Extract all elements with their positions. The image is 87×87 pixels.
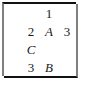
cell-r4c2: 3: [22, 58, 42, 78]
cell-r4c1: [4, 58, 24, 78]
cell-r2c1: [4, 22, 24, 42]
cell-r2c4: 3: [58, 22, 78, 42]
cell-r3c1: [4, 40, 24, 60]
cell-r1c2: [22, 4, 42, 24]
cell-r4c4: [58, 58, 78, 78]
puzzle-board: 1 2 A 3 C 3 B: [2, 2, 76, 76]
cell-r2c3: A: [40, 22, 60, 42]
cell-r1c4: [58, 4, 78, 24]
cell-r3c4: [58, 40, 78, 60]
cell-r3c2: C: [22, 40, 42, 60]
cell-r1c3: 1: [40, 4, 60, 24]
cell-r3c3: [40, 40, 60, 60]
cell-r1c1: [4, 4, 24, 24]
cell-r2c2: 2: [22, 22, 42, 42]
cell-r4c3: B: [40, 58, 60, 78]
